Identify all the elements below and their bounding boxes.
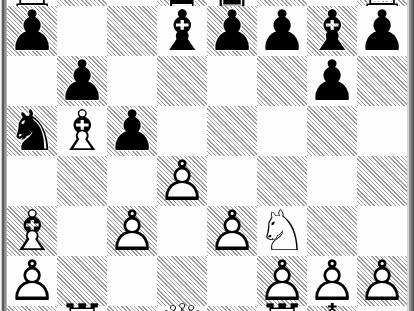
square-b3 xyxy=(57,206,107,256)
square-g4 xyxy=(307,156,357,206)
black-pawn-e7: ♟ xyxy=(207,6,257,56)
white-pawn-a2: ♟♙ xyxy=(7,256,57,306)
square-d1: ♛♕ xyxy=(157,306,207,311)
square-a5: ♞ xyxy=(7,106,57,156)
white-pawn-d4: ♟♙ xyxy=(157,156,207,206)
white-rook-f1: ♜♖ xyxy=(257,300,307,311)
square-b4 xyxy=(57,156,107,206)
square-b5: ♝♗ xyxy=(57,106,107,156)
square-e5 xyxy=(207,106,257,156)
square-e2 xyxy=(207,256,257,306)
black-pawn-h7: ♟ xyxy=(357,6,407,56)
square-h1 xyxy=(357,306,407,311)
square-h4 xyxy=(357,156,407,206)
chess-board: ♜♛♚♜♟♝♟♟♝♟♟♟♞♝♗♟♟♙♝♗♟♙♟♙♞♘♟♙♟♙♟♙♟♙♜♖♛♕♜♖… xyxy=(7,0,407,311)
square-e6 xyxy=(207,56,257,106)
square-a7: ♟ xyxy=(7,6,57,56)
white-rook-b1: ♜♖ xyxy=(57,300,107,311)
chess-diagram: ♜♛♚♜♟♝♟♟♝♟♟♟♞♝♗♟♟♙♝♗♟♙♟♙♞♘♟♙♟♙♟♙♟♙♜♖♛♕♜♖… xyxy=(0,0,414,311)
square-d7: ♝ xyxy=(157,6,207,56)
square-c2 xyxy=(107,256,157,306)
square-b1: ♜♖ xyxy=(57,306,107,311)
board-frame-right xyxy=(407,0,414,311)
square-e7: ♟ xyxy=(207,6,257,56)
square-e3: ♟♙ xyxy=(207,206,257,256)
black-pawn-c5: ♟ xyxy=(107,106,157,156)
white-queen-d1: ♛♕ xyxy=(157,300,207,311)
square-h5 xyxy=(357,106,407,156)
white-pawn-h2: ♟♙ xyxy=(357,256,407,306)
square-h2: ♟♙ xyxy=(357,256,407,306)
white-pawn-e3: ♟♙ xyxy=(207,206,257,256)
square-g5 xyxy=(307,106,357,156)
square-f1: ♜♖ xyxy=(257,306,307,311)
white-bishop-b5: ♝♗ xyxy=(57,106,107,156)
board-frame-left xyxy=(0,0,7,311)
black-pawn-a7: ♟ xyxy=(7,6,57,56)
square-h7: ♟ xyxy=(357,6,407,56)
black-knight-a5: ♞ xyxy=(7,106,57,156)
square-d6 xyxy=(157,56,207,106)
square-g1: ♚♔ xyxy=(307,306,357,311)
square-f6 xyxy=(257,56,307,106)
white-pawn-c3: ♟♙ xyxy=(107,206,157,256)
square-c5: ♟ xyxy=(107,106,157,156)
square-f5 xyxy=(257,106,307,156)
black-pawn-g6: ♟ xyxy=(307,56,357,106)
square-g6: ♟ xyxy=(307,56,357,106)
square-d3 xyxy=(157,206,207,256)
square-c1 xyxy=(107,306,157,311)
square-c3: ♟♙ xyxy=(107,206,157,256)
square-d4: ♟♙ xyxy=(157,156,207,206)
white-king-g1: ♚♔ xyxy=(307,300,357,311)
square-e1 xyxy=(207,306,257,311)
square-a1 xyxy=(7,306,57,311)
black-bishop-d7: ♝ xyxy=(157,6,207,56)
square-c7 xyxy=(107,6,157,56)
square-h6 xyxy=(357,56,407,106)
square-f7: ♟ xyxy=(257,6,307,56)
square-a2: ♟♙ xyxy=(7,256,57,306)
black-pawn-f7: ♟ xyxy=(257,6,307,56)
